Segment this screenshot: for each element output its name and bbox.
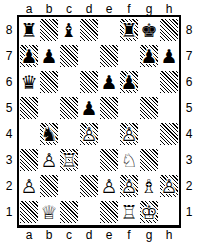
square-f2[interactable]: ♙	[119, 173, 139, 199]
square-a3[interactable]	[19, 147, 39, 173]
square-g4[interactable]	[139, 121, 159, 147]
square-b7[interactable]: ♟	[39, 43, 59, 69]
rank-labels-left: 87654321	[1, 15, 17, 228]
piece-black-pawn: ♟	[20, 46, 37, 66]
file-label-bottom-f: f	[119, 229, 139, 241]
square-c6[interactable]	[59, 69, 79, 95]
square-f3[interactable]: ♘	[119, 147, 139, 173]
rank-label-right-4: 4	[181, 121, 197, 147]
square-h1[interactable]	[159, 199, 179, 225]
square-h2[interactable]: ♙	[159, 173, 179, 199]
square-h8[interactable]	[159, 17, 179, 43]
file-labels-bottom: abcdefgh	[19, 228, 181, 243]
rank-label-right-2: 2	[181, 173, 197, 199]
piece-black-bishop: ♝	[60, 20, 77, 40]
square-d5[interactable]: ♟	[79, 95, 99, 121]
board-frame: ♜♝♜♚♟♟♟♟♛♟♟♟♞♙♙♙♖♘♙♙♙♗♙♕♖♔	[17, 15, 181, 228]
square-g5[interactable]	[139, 95, 159, 121]
square-e1[interactable]	[99, 199, 119, 225]
square-g7[interactable]: ♟	[139, 43, 159, 69]
square-h4[interactable]	[159, 121, 179, 147]
square-b6[interactable]	[39, 69, 59, 95]
square-c5[interactable]	[59, 95, 79, 121]
file-label-top-a: a	[19, 3, 39, 15]
square-f4[interactable]: ♙	[119, 121, 139, 147]
square-g3[interactable]	[139, 147, 159, 173]
square-e4[interactable]	[99, 121, 119, 147]
diagram-layout: abcdefgh 87654321 ♜♝♜♚♟♟♟♟♛♟♟♟♞♙♙♙♖♘♙♙♙♗…	[1, 1, 199, 243]
file-label-bottom-e: e	[99, 229, 119, 241]
square-f1[interactable]: ♖	[119, 199, 139, 225]
square-a6[interactable]: ♛	[19, 69, 39, 95]
square-g2[interactable]: ♗	[139, 173, 159, 199]
file-label-top-c: c	[59, 3, 79, 15]
piece-white-pawn: ♙	[160, 176, 177, 196]
piece-white-king: ♔	[140, 202, 157, 222]
rank-label-right-1: 1	[181, 199, 197, 225]
square-d3[interactable]	[79, 147, 99, 173]
piece-white-bishop: ♗	[140, 176, 157, 196]
square-a1[interactable]	[19, 199, 39, 225]
rank-label-right-3: 3	[181, 147, 197, 173]
square-d1[interactable]	[79, 199, 99, 225]
piece-black-rook: ♜	[120, 20, 137, 40]
piece-black-rook: ♜	[20, 20, 37, 40]
rank-label-left-7: 7	[1, 43, 17, 69]
square-f6[interactable]: ♟	[119, 69, 139, 95]
piece-black-king: ♚	[140, 20, 157, 40]
square-b5[interactable]	[39, 95, 59, 121]
rank-label-left-2: 2	[1, 173, 17, 199]
square-g8[interactable]: ♚	[139, 17, 159, 43]
piece-black-pawn: ♟	[80, 98, 97, 118]
piece-black-knight: ♞	[40, 124, 57, 144]
rank-label-right-5: 5	[181, 95, 197, 121]
file-labels-top: abcdefgh	[19, 1, 181, 15]
rank-label-left-1: 1	[1, 199, 17, 225]
square-a8[interactable]: ♜	[19, 17, 39, 43]
square-h6[interactable]	[159, 69, 179, 95]
file-label-top-e: e	[99, 3, 119, 15]
square-d8[interactable]	[79, 17, 99, 43]
square-a5[interactable]	[19, 95, 39, 121]
square-h7[interactable]: ♟	[159, 43, 179, 69]
square-d4[interactable]: ♙	[79, 121, 99, 147]
file-label-top-g: g	[139, 3, 159, 15]
square-h5[interactable]	[159, 95, 179, 121]
file-label-top-h: h	[159, 3, 179, 15]
rank-label-right-7: 7	[181, 43, 197, 69]
square-c1[interactable]	[59, 199, 79, 225]
piece-black-queen: ♛	[20, 72, 37, 92]
square-c4[interactable]	[59, 121, 79, 147]
square-e3[interactable]	[99, 147, 119, 173]
square-b4[interactable]: ♞	[39, 121, 59, 147]
piece-white-pawn: ♙	[20, 176, 37, 196]
square-f8[interactable]: ♜	[119, 17, 139, 43]
piece-white-rook: ♖	[60, 150, 77, 170]
square-e5[interactable]	[99, 95, 119, 121]
rank-label-left-5: 5	[1, 95, 17, 121]
file-label-bottom-d: d	[79, 229, 99, 241]
square-e7[interactable]	[99, 43, 119, 69]
piece-white-pawn: ♙	[40, 150, 57, 170]
square-e2[interactable]: ♙	[99, 173, 119, 199]
square-a7[interactable]: ♟	[19, 43, 39, 69]
piece-white-queen: ♕	[40, 202, 57, 222]
piece-black-pawn: ♟	[160, 46, 177, 66]
square-b2[interactable]	[39, 173, 59, 199]
piece-black-pawn: ♟	[100, 72, 117, 92]
piece-black-pawn: ♟	[140, 46, 157, 66]
file-label-bottom-b: b	[39, 229, 59, 241]
square-b8[interactable]	[39, 17, 59, 43]
rank-labels-right: 87654321	[181, 15, 197, 228]
file-label-top-b: b	[39, 3, 59, 15]
rank-label-right-8: 8	[181, 17, 197, 43]
square-d6[interactable]	[79, 69, 99, 95]
square-f7[interactable]	[119, 43, 139, 69]
rank-label-left-4: 4	[1, 121, 17, 147]
square-c7[interactable]	[59, 43, 79, 69]
file-label-bottom-a: a	[19, 229, 39, 241]
piece-white-pawn: ♙	[120, 176, 137, 196]
piece-black-pawn: ♟	[120, 72, 137, 92]
file-label-top-d: d	[79, 3, 99, 15]
square-c3[interactable]: ♖	[59, 147, 79, 173]
file-label-bottom-h: h	[159, 229, 179, 241]
file-label-bottom-g: g	[139, 229, 159, 241]
square-e6[interactable]: ♟	[99, 69, 119, 95]
square-g6[interactable]	[139, 69, 159, 95]
square-f5[interactable]	[119, 95, 139, 121]
board-grid: ♜♝♜♚♟♟♟♟♛♟♟♟♞♙♙♙♖♘♙♙♙♗♙♕♖♔	[19, 17, 179, 225]
chess-diagram: abcdefgh 87654321 ♜♝♜♚♟♟♟♟♛♟♟♟♞♙♙♙♖♘♙♙♙♗…	[0, 0, 199, 244]
square-d2[interactable]	[79, 173, 99, 199]
piece-black-pawn: ♟	[40, 46, 57, 66]
square-d7[interactable]	[79, 43, 99, 69]
square-b1[interactable]: ♕	[39, 199, 59, 225]
file-label-top-f: f	[119, 3, 139, 15]
rank-label-right-6: 6	[181, 69, 197, 95]
square-e8[interactable]	[99, 17, 119, 43]
square-a4[interactable]	[19, 121, 39, 147]
square-h3[interactable]	[159, 147, 179, 173]
square-c2[interactable]	[59, 173, 79, 199]
square-g1[interactable]: ♔	[139, 199, 159, 225]
square-a2[interactable]: ♙	[19, 173, 39, 199]
rank-label-left-6: 6	[1, 69, 17, 95]
file-label-bottom-c: c	[59, 229, 79, 241]
square-c8[interactable]: ♝	[59, 17, 79, 43]
rank-label-left-3: 3	[1, 147, 17, 173]
rank-label-left-8: 8	[1, 17, 17, 43]
piece-white-pawn: ♙	[120, 124, 137, 144]
piece-white-knight: ♘	[120, 150, 137, 170]
piece-white-pawn: ♙	[100, 176, 117, 196]
piece-white-rook: ♖	[120, 202, 137, 222]
square-b3[interactable]: ♙	[39, 147, 59, 173]
piece-white-pawn: ♙	[80, 124, 97, 144]
